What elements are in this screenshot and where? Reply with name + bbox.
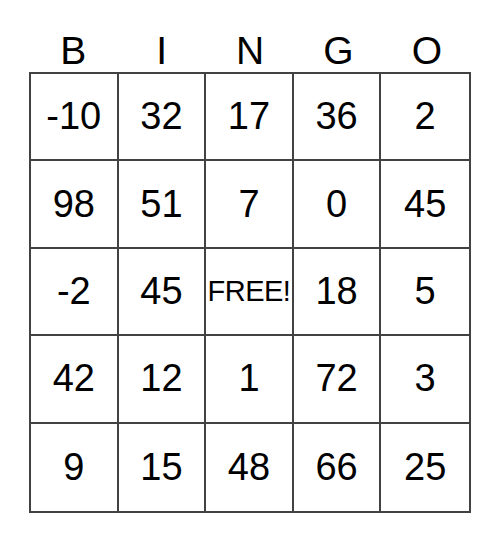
bingo-cell-r4c2[interactable]: 48 [206, 424, 294, 511]
bingo-cell-r4c4[interactable]: 25 [381, 424, 469, 511]
bingo-cell-r1c0[interactable]: 98 [31, 161, 119, 248]
bingo-cell-r0c0[interactable]: -10 [31, 74, 119, 161]
header-letter-i: I [117, 31, 205, 72]
bingo-card: B I N G O -10 32 17 36 2 98 51 7 0 45 -2… [0, 0, 500, 544]
bingo-cell-r3c0[interactable]: 42 [31, 336, 119, 423]
bingo-cell-r1c1[interactable]: 51 [119, 161, 207, 248]
bingo-header-row: B I N G O [29, 0, 471, 72]
bingo-cell-r3c3[interactable]: 72 [294, 336, 382, 423]
header-letter-o: O [383, 31, 471, 72]
bingo-cell-r4c3[interactable]: 66 [294, 424, 382, 511]
bingo-cell-r0c3[interactable]: 36 [294, 74, 382, 161]
bingo-cell-r2c3[interactable]: 18 [294, 249, 382, 336]
bingo-cell-r4c0[interactable]: 9 [31, 424, 119, 511]
bingo-cell-r4c1[interactable]: 15 [119, 424, 207, 511]
bingo-cell-free[interactable]: FREE! [206, 249, 294, 336]
bingo-cell-r1c2[interactable]: 7 [206, 161, 294, 248]
bingo-grid: -10 32 17 36 2 98 51 7 0 45 -2 45 FREE! … [29, 72, 471, 513]
bingo-cell-r2c1[interactable]: 45 [119, 249, 207, 336]
header-letter-n: N [206, 31, 294, 72]
bingo-cell-r1c4[interactable]: 45 [381, 161, 469, 248]
header-letter-g: G [294, 31, 382, 72]
bingo-cell-r2c4[interactable]: 5 [381, 249, 469, 336]
bingo-cell-r3c2[interactable]: 1 [206, 336, 294, 423]
bingo-cell-r2c0[interactable]: -2 [31, 249, 119, 336]
bingo-cell-r0c2[interactable]: 17 [206, 74, 294, 161]
bingo-cell-r3c1[interactable]: 12 [119, 336, 207, 423]
bingo-cell-r0c4[interactable]: 2 [381, 74, 469, 161]
bingo-cell-r0c1[interactable]: 32 [119, 74, 207, 161]
header-letter-b: B [29, 31, 117, 72]
bingo-cell-r1c3[interactable]: 0 [294, 161, 382, 248]
bingo-cell-r3c4[interactable]: 3 [381, 336, 469, 423]
